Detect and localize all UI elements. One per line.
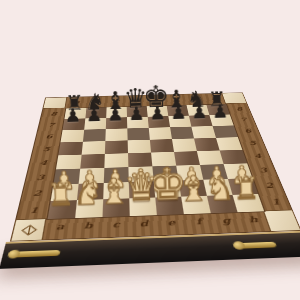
white-rook-h1[interactable]: ♜ bbox=[232, 150, 260, 204]
corner-block-top-right bbox=[221, 93, 247, 104]
square-b8[interactable] bbox=[85, 107, 106, 118]
photo-background: abcdefghabcdefgh8765432187654321 ♜♞♝♛♚♝♞… bbox=[0, 0, 300, 300]
white-bishop-f1[interactable]: ♝ bbox=[180, 152, 208, 206]
square-b7[interactable] bbox=[84, 118, 106, 130]
rank-label-8-left: 8 bbox=[42, 108, 66, 119]
file-label-e-top: e bbox=[146, 97, 166, 102]
rank-label-8-right: 8 bbox=[227, 104, 252, 115]
square-d7[interactable] bbox=[127, 117, 149, 129]
square-e8[interactable] bbox=[147, 106, 169, 117]
square-a8[interactable] bbox=[64, 108, 86, 119]
white-knight-g1[interactable]: ♞ bbox=[206, 151, 234, 205]
brass-latch-left-icon bbox=[13, 250, 61, 258]
rank-label-7-left: 7 bbox=[39, 119, 64, 131]
white-rook-a1[interactable]: ♜ bbox=[46, 156, 75, 210]
square-f7[interactable] bbox=[168, 116, 191, 128]
corner-block-top-left bbox=[42, 97, 67, 109]
white-rook-icon: ♜ bbox=[47, 179, 75, 210]
file-label-h-top: h bbox=[204, 96, 225, 101]
file-label-g-top: g bbox=[185, 96, 206, 101]
file-label-c-top: c bbox=[107, 98, 127, 103]
square-h7[interactable] bbox=[209, 114, 233, 126]
file-label-d-top: d bbox=[126, 98, 146, 103]
square-c8[interactable] bbox=[106, 107, 127, 118]
brass-latch-right-icon bbox=[238, 242, 277, 249]
square-e7[interactable] bbox=[148, 116, 170, 128]
square-f8[interactable] bbox=[167, 105, 189, 116]
square-d8[interactable] bbox=[127, 106, 148, 117]
white-rook-icon: ♜ bbox=[233, 173, 260, 203]
file-label-b-top: b bbox=[87, 99, 107, 104]
square-h8[interactable] bbox=[206, 104, 229, 115]
file-label-f-top: f bbox=[165, 97, 185, 102]
file-label-a-top: a bbox=[67, 99, 87, 104]
chess-case: abcdefghabcdefgh8765432187654321 ♜♞♝♛♚♝♞… bbox=[10, 93, 300, 242]
rank-label-7-right: 7 bbox=[231, 114, 257, 126]
white-knight-icon: ♞ bbox=[206, 172, 236, 205]
square-c7[interactable] bbox=[106, 117, 128, 129]
square-a7[interactable] bbox=[63, 118, 86, 130]
